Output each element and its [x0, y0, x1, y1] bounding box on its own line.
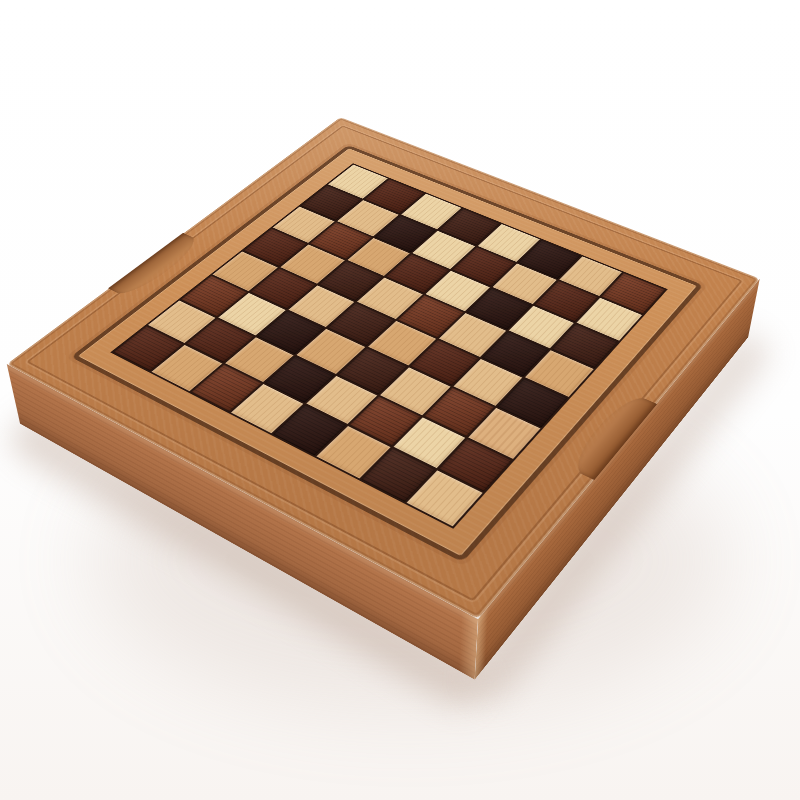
- wooden-chess-box: [7, 117, 760, 619]
- board-square: [439, 439, 513, 492]
- board-square: [407, 471, 483, 527]
- board-square: [225, 337, 294, 382]
- board-square: [297, 329, 366, 374]
- product-photo: [0, 0, 800, 800]
- board-square: [191, 364, 262, 411]
- board-square: [481, 331, 549, 376]
- tray-top-face: [7, 117, 760, 619]
- board-square: [273, 405, 346, 456]
- board-square: [338, 348, 407, 394]
- board-square: [361, 448, 436, 502]
- board-square: [306, 376, 377, 424]
- board-square: [469, 408, 541, 459]
- board-square: [424, 387, 495, 436]
- board-square: [498, 379, 568, 428]
- board-square: [368, 321, 436, 365]
- board-square: [151, 345, 221, 391]
- board-square: [453, 359, 522, 406]
- board-square: [552, 324, 619, 369]
- board-square: [349, 396, 421, 446]
- board-square: [410, 340, 478, 386]
- board-square: [113, 326, 183, 371]
- end-grain-strip: [475, 606, 489, 679]
- board-square: [393, 417, 466, 468]
- board-square: [186, 318, 255, 362]
- board-square: [525, 350, 593, 396]
- board-square: [231, 384, 303, 433]
- board-square: [265, 356, 335, 403]
- board-square: [380, 367, 450, 415]
- board-square: [316, 426, 390, 478]
